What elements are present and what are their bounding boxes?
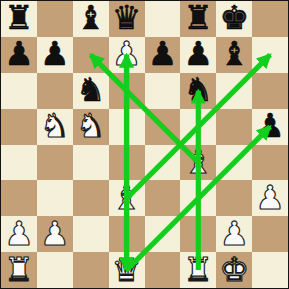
square-f3[interactable] xyxy=(180,180,216,216)
piece-black-pawn-a7[interactable]: ♟ xyxy=(4,37,34,70)
square-h7[interactable] xyxy=(252,37,288,73)
square-f6[interactable]: ♞ xyxy=(180,73,216,109)
square-g3[interactable] xyxy=(216,180,252,216)
square-f7[interactable]: ♟ xyxy=(180,37,216,73)
piece-black-knight-c6[interactable]: ♞ xyxy=(76,73,106,106)
square-h4[interactable] xyxy=(252,145,288,181)
piece-white-bishop-f4[interactable]: ♝ xyxy=(184,145,214,178)
square-a2[interactable]: ♟ xyxy=(1,216,37,252)
piece-white-knight-b5[interactable]: ♞ xyxy=(40,109,70,142)
square-a5[interactable] xyxy=(1,109,37,145)
square-b2[interactable]: ♟ xyxy=(37,216,73,252)
square-b1[interactable] xyxy=(37,252,73,288)
piece-white-pawn-d7[interactable]: ♟ xyxy=(112,37,142,70)
square-d2[interactable] xyxy=(109,216,145,252)
square-d5[interactable] xyxy=(109,109,145,145)
square-h1[interactable] xyxy=(252,252,288,288)
piece-white-pawn-h3[interactable]: ♟ xyxy=(255,181,285,214)
piece-black-queen-d8[interactable]: ♛ xyxy=(112,1,142,34)
square-a7[interactable]: ♟ xyxy=(1,37,37,73)
square-b4[interactable] xyxy=(37,145,73,181)
square-f5[interactable] xyxy=(180,109,216,145)
piece-black-pawn-f7[interactable]: ♟ xyxy=(184,37,214,70)
square-b6[interactable] xyxy=(37,73,73,109)
piece-black-pawn-h5[interactable]: ♟ xyxy=(255,109,285,142)
square-b5[interactable]: ♞ xyxy=(37,109,73,145)
piece-black-bishop-g7[interactable]: ♝ xyxy=(219,37,249,70)
square-c5[interactable]: ♞ xyxy=(73,109,109,145)
square-g4[interactable] xyxy=(216,145,252,181)
piece-black-knight-f6[interactable]: ♞ xyxy=(184,73,214,106)
square-h5[interactable]: ♟ xyxy=(252,109,288,145)
square-h2[interactable] xyxy=(252,216,288,252)
square-d6[interactable] xyxy=(109,73,145,109)
square-d7[interactable]: ♟ xyxy=(109,37,145,73)
chess-board: ♜♝♛♜♚♟♟♟♟♟♝♞♞♞♞♟♝♝♟♟♟♟♜♛♜♚ xyxy=(0,0,289,289)
piece-black-pawn-b7[interactable]: ♟ xyxy=(40,37,70,70)
square-c6[interactable]: ♞ xyxy=(73,73,109,109)
square-b3[interactable] xyxy=(37,180,73,216)
square-c8[interactable]: ♝ xyxy=(73,1,109,37)
piece-black-bishop-c8[interactable]: ♝ xyxy=(76,1,106,34)
square-c3[interactable] xyxy=(73,180,109,216)
square-f2[interactable] xyxy=(180,216,216,252)
piece-white-rook-a1[interactable]: ♜ xyxy=(4,253,34,286)
square-e3[interactable] xyxy=(145,180,181,216)
square-f1[interactable]: ♜ xyxy=(180,252,216,288)
piece-black-rook-f8[interactable]: ♜ xyxy=(184,1,214,34)
piece-white-pawn-a2[interactable]: ♟ xyxy=(4,217,34,250)
square-e7[interactable]: ♟ xyxy=(145,37,181,73)
square-h8[interactable] xyxy=(252,1,288,37)
square-f4[interactable]: ♝ xyxy=(180,145,216,181)
piece-white-bishop-d3[interactable]: ♝ xyxy=(112,181,142,214)
square-e2[interactable] xyxy=(145,216,181,252)
square-b7[interactable]: ♟ xyxy=(37,37,73,73)
square-g7[interactable]: ♝ xyxy=(216,37,252,73)
square-h6[interactable] xyxy=(252,73,288,109)
square-g6[interactable] xyxy=(216,73,252,109)
square-g5[interactable] xyxy=(216,109,252,145)
piece-black-pawn-e7[interactable]: ♟ xyxy=(148,37,178,70)
square-e5[interactable] xyxy=(145,109,181,145)
piece-white-pawn-b2[interactable]: ♟ xyxy=(40,217,70,250)
square-g8[interactable]: ♚ xyxy=(216,1,252,37)
square-e8[interactable] xyxy=(145,1,181,37)
square-c7[interactable] xyxy=(73,37,109,73)
square-e6[interactable] xyxy=(145,73,181,109)
square-a8[interactable]: ♜ xyxy=(1,1,37,37)
square-g2[interactable]: ♟ xyxy=(216,216,252,252)
square-c1[interactable] xyxy=(73,252,109,288)
square-g1[interactable]: ♚ xyxy=(216,252,252,288)
piece-black-rook-a8[interactable]: ♜ xyxy=(4,1,34,34)
chess-board-screenshot: ♜♝♛♜♚♟♟♟♟♟♝♞♞♞♞♟♝♝♟♟♟♟♜♛♜♚ xyxy=(0,0,289,289)
piece-white-rook-f1[interactable]: ♜ xyxy=(184,253,214,286)
square-h3[interactable]: ♟ xyxy=(252,180,288,216)
piece-black-king-g8[interactable]: ♚ xyxy=(219,1,249,34)
piece-white-queen-d1[interactable]: ♛ xyxy=(112,253,142,286)
square-b8[interactable] xyxy=(37,1,73,37)
square-c2[interactable] xyxy=(73,216,109,252)
square-e1[interactable] xyxy=(145,252,181,288)
square-d1[interactable]: ♛ xyxy=(109,252,145,288)
square-c4[interactable] xyxy=(73,145,109,181)
square-a1[interactable]: ♜ xyxy=(1,252,37,288)
square-e4[interactable] xyxy=(145,145,181,181)
piece-white-king-g1[interactable]: ♚ xyxy=(219,253,249,286)
square-f8[interactable]: ♜ xyxy=(180,1,216,37)
square-d4[interactable] xyxy=(109,145,145,181)
square-d3[interactable]: ♝ xyxy=(109,180,145,216)
piece-white-pawn-g2[interactable]: ♟ xyxy=(219,217,249,250)
square-a3[interactable] xyxy=(1,180,37,216)
square-a6[interactable] xyxy=(1,73,37,109)
piece-white-knight-c5[interactable]: ♞ xyxy=(76,109,106,142)
square-d8[interactable]: ♛ xyxy=(109,1,145,37)
square-a4[interactable] xyxy=(1,145,37,181)
